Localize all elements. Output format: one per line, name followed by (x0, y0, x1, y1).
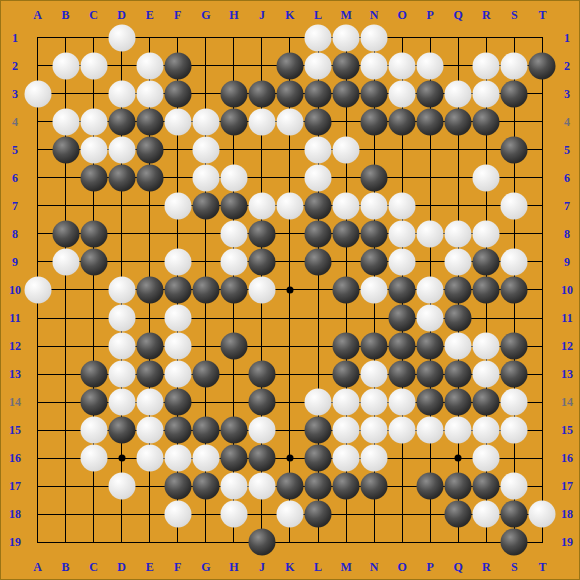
go-board[interactable]: ABCDEFGHJKLMNOPQRST ABCDEFGHJKLMNOPQRST … (0, 0, 580, 580)
coord-right-18: 18 (561, 508, 573, 520)
coord-right-7: 7 (564, 200, 570, 212)
coord-right-6: 6 (564, 172, 570, 184)
coord-right-5: 5 (564, 144, 570, 156)
coord-right-15: 15 (561, 424, 573, 436)
coord-right-10: 10 (561, 284, 573, 296)
coord-right-16: 16 (561, 452, 573, 464)
coord-right-11: 11 (561, 312, 572, 324)
coord-right-13: 13 (561, 368, 573, 380)
coord-right-14: 14 (561, 396, 573, 408)
coord-right-4: 4 (564, 116, 570, 128)
coord-right-12: 12 (561, 340, 573, 352)
coord-right-1: 1 (564, 32, 570, 44)
coord-right-8: 8 (564, 228, 570, 240)
coord-right-9: 9 (564, 256, 570, 268)
right-coordinates: 12345678910111213141516171819 (1, 1, 579, 579)
coord-right-2: 2 (564, 60, 570, 72)
coord-right-19: 19 (561, 536, 573, 548)
coord-right-3: 3 (564, 88, 570, 100)
coord-right-17: 17 (561, 480, 573, 492)
